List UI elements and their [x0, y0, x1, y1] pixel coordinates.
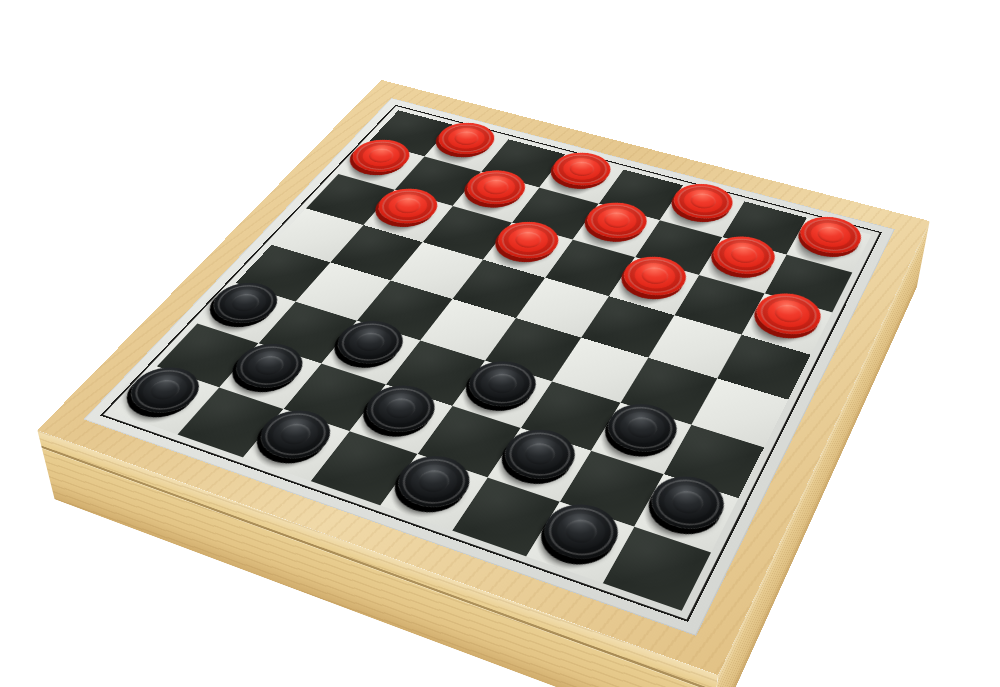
board-cell[interactable]	[380, 454, 487, 530]
wooden-box-rim	[37, 80, 929, 675]
black-checker-piece[interactable]	[118, 360, 212, 420]
checkers-set-photo	[37, 80, 929, 675]
board-cell[interactable]	[516, 278, 609, 338]
product-photo-stage	[0, 0, 1000, 687]
